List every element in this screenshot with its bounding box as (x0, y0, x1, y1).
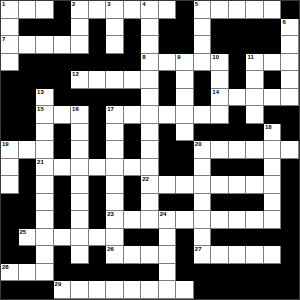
black-cell-r4-c3 (54, 71, 72, 89)
black-cell-r15-c14 (246, 264, 264, 282)
black-cell-r1-c1 (19, 19, 37, 37)
clue-number-2: 2 (72, 1, 75, 8)
white-cell-r6-c12[interactable] (211, 106, 229, 124)
white-cell-r8-c1[interactable] (19, 141, 37, 159)
white-cell-r6-c8[interactable] (141, 106, 159, 124)
black-cell-r6-c16 (281, 106, 299, 124)
black-cell-r4-c9 (159, 71, 177, 89)
black-cell-r11-c5 (89, 194, 107, 212)
black-cell-r16-c12 (211, 281, 229, 299)
white-cell-r12-c4[interactable] (71, 211, 89, 229)
black-cell-r5-c3 (54, 89, 72, 107)
white-cell-r9-c4[interactable] (71, 159, 89, 177)
white-cell-r16-c3[interactable]: 29 (54, 281, 72, 299)
black-cell-r11-c13 (229, 194, 247, 212)
white-cell-r11-c8[interactable] (141, 194, 159, 212)
black-cell-r13-c0 (1, 229, 19, 247)
black-cell-r11-c12 (211, 194, 229, 212)
white-cell-r3-c14[interactable]: 11 (246, 54, 264, 72)
white-cell-r6-c3[interactable] (54, 106, 72, 124)
black-cell-r5-c6 (106, 89, 124, 107)
white-cell-r5-c15[interactable] (264, 89, 282, 107)
black-cell-r11-c9 (159, 194, 177, 212)
white-cell-r7-c8[interactable] (141, 124, 159, 142)
black-cell-r16-c1 (19, 281, 37, 299)
clue-number-12: 12 (72, 71, 79, 78)
white-cell-r0-c13[interactable] (229, 1, 247, 19)
white-cell-r6-c11[interactable] (194, 106, 212, 124)
white-cell-r5-c16[interactable] (281, 89, 299, 107)
white-cell-r16-c9[interactable] (159, 281, 177, 299)
clue-number-22: 22 (142, 176, 149, 183)
white-cell-r10-c0[interactable] (1, 176, 19, 194)
white-cell-r9-c5[interactable] (89, 159, 107, 177)
white-cell-r16-c7[interactable] (124, 281, 142, 299)
white-cell-r8-c14[interactable] (246, 141, 264, 159)
white-cell-r5-c13[interactable] (229, 89, 247, 107)
white-cell-r2-c11[interactable] (194, 36, 212, 54)
clue-number-24: 24 (160, 211, 167, 218)
clue-number-5: 5 (195, 1, 198, 8)
white-cell-r0-c6[interactable]: 3 (106, 1, 124, 19)
white-cell-r0-c2[interactable] (36, 1, 54, 19)
black-cell-r3-c1 (19, 54, 37, 72)
black-cell-r2-c7 (124, 36, 142, 54)
white-cell-r8-c11[interactable]: 20 (194, 141, 212, 159)
white-cell-r4-c4[interactable]: 12 (71, 71, 89, 89)
white-cell-r4-c12[interactable] (211, 71, 229, 89)
white-cell-r8-c16[interactable] (281, 141, 299, 159)
black-cell-r14-c16 (281, 246, 299, 264)
black-cell-r4-c15 (264, 71, 282, 89)
clue-number-15: 15 (37, 106, 44, 113)
white-cell-r2-c4[interactable] (71, 36, 89, 54)
black-cell-r1-c9 (159, 19, 177, 37)
black-cell-r5-c0 (1, 89, 19, 107)
black-cell-r13-c8 (141, 229, 159, 247)
white-cell-r5-c14[interactable] (246, 89, 264, 107)
black-cell-r8-c5 (89, 141, 107, 159)
white-cell-r3-c10[interactable]: 9 (176, 54, 194, 72)
white-cell-r0-c0[interactable]: 1 (1, 1, 19, 19)
white-cell-r2-c2[interactable] (36, 36, 54, 54)
white-cell-r9-c8[interactable] (141, 159, 159, 177)
clue-number-26: 26 (107, 246, 114, 253)
white-cell-r11-c2[interactable] (36, 194, 54, 212)
white-cell-r4-c6[interactable] (106, 71, 124, 89)
black-cell-r8-c9 (159, 141, 177, 159)
white-cell-r0-c7[interactable] (124, 1, 142, 19)
white-cell-r8-c12[interactable] (211, 141, 229, 159)
white-cell-r16-c10[interactable] (176, 281, 194, 299)
white-cell-r1-c8[interactable] (141, 19, 159, 37)
black-cell-r0-c3 (54, 1, 72, 19)
white-cell-r8-c0[interactable]: 19 (1, 141, 19, 159)
white-cell-r13-c11[interactable] (194, 229, 212, 247)
white-cell-r13-c3[interactable] (54, 229, 72, 247)
white-cell-r10-c15[interactable] (264, 176, 282, 194)
black-cell-r15-c4 (71, 264, 89, 282)
white-cell-r6-c14[interactable] (246, 106, 264, 124)
clue-number-14: 14 (212, 89, 219, 96)
white-cell-r3-c11[interactable] (194, 54, 212, 72)
black-cell-r15-c16 (281, 264, 299, 282)
black-cell-r12-c0 (1, 211, 19, 229)
white-cell-r11-c4[interactable] (71, 194, 89, 212)
white-cell-r8-c15[interactable] (264, 141, 282, 159)
black-cell-r8-c3 (54, 141, 72, 159)
black-cell-r9-c1 (19, 159, 37, 177)
black-cell-r6-c15 (264, 106, 282, 124)
white-cell-r0-c11[interactable]: 5 (194, 1, 212, 19)
black-cell-r10-c3 (54, 176, 72, 194)
black-cell-r5-c11 (194, 89, 212, 107)
black-cell-r1-c5 (89, 19, 107, 37)
white-cell-r12-c15[interactable] (264, 211, 282, 229)
white-cell-r4-c8[interactable] (141, 71, 159, 89)
black-cell-r12-c5 (89, 211, 107, 229)
white-cell-r0-c8[interactable]: 4 (141, 1, 159, 19)
white-cell-r1-c16[interactable]: 6 (281, 19, 299, 37)
white-cell-r10-c2[interactable] (36, 176, 54, 194)
white-cell-r4-c16[interactable] (281, 71, 299, 89)
clue-number-20: 20 (195, 141, 202, 148)
black-cell-r15-c6 (106, 264, 124, 282)
white-cell-r16-c5[interactable] (89, 281, 107, 299)
white-cell-r12-c8[interactable] (141, 211, 159, 229)
clue-number-1: 1 (2, 1, 5, 8)
black-cell-r2-c12 (211, 36, 229, 54)
white-cell-r6-c9[interactable] (159, 106, 177, 124)
white-cell-r0-c15[interactable] (264, 1, 282, 19)
black-cell-r11-c0 (1, 194, 19, 212)
black-cell-r16-c14 (246, 281, 264, 299)
black-cell-r9-c12 (211, 159, 229, 177)
black-cell-r5-c7 (124, 89, 142, 107)
black-cell-r8-c7 (124, 141, 142, 159)
black-cell-r13-c16 (281, 229, 299, 247)
white-cell-r10-c4[interactable] (71, 176, 89, 194)
white-cell-r15-c1[interactable] (19, 264, 37, 282)
white-cell-r9-c7[interactable] (124, 159, 142, 177)
white-cell-r2-c0[interactable]: 7 (1, 36, 19, 54)
white-cell-r14-c9[interactable] (159, 246, 177, 264)
black-cell-r1-c10 (176, 19, 194, 37)
black-cell-r1-c14 (246, 19, 264, 37)
white-cell-r5-c8[interactable] (141, 89, 159, 107)
white-cell-r0-c14[interactable] (246, 1, 264, 19)
black-cell-r11-c1 (19, 194, 37, 212)
clue-number-21: 21 (37, 159, 44, 166)
white-cell-r16-c8[interactable] (141, 281, 159, 299)
white-cell-r12-c13[interactable] (229, 211, 247, 229)
black-cell-r15-c13 (229, 264, 247, 282)
white-cell-r13-c6[interactable] (106, 229, 124, 247)
black-cell-r16-c2 (36, 281, 54, 299)
clue-number-19: 19 (2, 141, 9, 148)
black-cell-r15-c7 (124, 264, 142, 282)
white-cell-r5-c2[interactable]: 13 (36, 89, 54, 107)
black-cell-r9-c14 (246, 159, 264, 177)
white-cell-r0-c9[interactable] (159, 1, 177, 19)
black-cell-r14-c0 (1, 246, 19, 264)
black-cell-r16-c13 (229, 281, 247, 299)
white-cell-r15-c9[interactable] (159, 264, 177, 282)
black-cell-r3-c5 (89, 54, 107, 72)
white-cell-r1-c11[interactable] (194, 19, 212, 37)
black-cell-r9-c10 (176, 159, 194, 177)
white-cell-r5-c10[interactable] (176, 89, 194, 107)
white-cell-r14-c6[interactable]: 26 (106, 246, 124, 264)
black-cell-r7-c0 (1, 124, 19, 142)
white-cell-r10-c10[interactable] (176, 176, 194, 194)
black-cell-r11-c16 (281, 194, 299, 212)
black-cell-r9-c16 (281, 159, 299, 177)
white-cell-r12-c2[interactable] (36, 211, 54, 229)
black-cell-r13-c12 (211, 229, 229, 247)
black-cell-r10-c7 (124, 176, 142, 194)
black-cell-r2-c5 (89, 36, 107, 54)
black-cell-r4-c0 (1, 71, 19, 89)
white-cell-r2-c16[interactable] (281, 36, 299, 54)
white-cell-r7-c2[interactable] (36, 124, 54, 142)
black-cell-r11-c3 (54, 194, 72, 212)
black-cell-r15-c12 (211, 264, 229, 282)
white-cell-r10-c13[interactable] (229, 176, 247, 194)
white-cell-r11-c11[interactable] (194, 194, 212, 212)
white-cell-r6-c4[interactable]: 16 (71, 106, 89, 124)
white-cell-r7-c6[interactable] (106, 124, 124, 142)
white-cell-r6-c6[interactable]: 17 (106, 106, 124, 124)
black-cell-r7-c11 (194, 124, 212, 142)
black-cell-r13-c13 (229, 229, 247, 247)
black-cell-r12-c16 (281, 211, 299, 229)
white-cell-r9-c3[interactable] (54, 159, 72, 177)
white-cell-r13-c5[interactable] (89, 229, 107, 247)
white-cell-r14-c2[interactable] (36, 246, 54, 264)
white-cell-r14-c12[interactable] (211, 246, 229, 264)
white-cell-r7-c15[interactable]: 18 (264, 124, 282, 142)
black-cell-r7-c16 (281, 124, 299, 142)
white-cell-r13-c4[interactable] (71, 229, 89, 247)
black-cell-r11-c7 (124, 194, 142, 212)
white-cell-r10-c11[interactable] (194, 176, 212, 194)
white-cell-r10-c14[interactable] (246, 176, 264, 194)
black-cell-r16-c11 (194, 281, 212, 299)
white-cell-r0-c12[interactable] (211, 1, 229, 19)
white-cell-r6-c2[interactable]: 15 (36, 106, 54, 124)
white-cell-r2-c8[interactable] (141, 36, 159, 54)
white-cell-r0-c4[interactable]: 2 (71, 1, 89, 19)
clue-number-8: 8 (142, 54, 145, 61)
white-cell-r12-c12[interactable] (211, 211, 229, 229)
black-cell-r3-c4 (71, 54, 89, 72)
white-cell-r0-c5[interactable] (89, 1, 107, 19)
white-cell-r9-c6[interactable] (106, 159, 124, 177)
clue-number-27: 27 (195, 246, 202, 253)
white-cell-r8-c2[interactable] (36, 141, 54, 159)
white-cell-r9-c0[interactable] (1, 159, 19, 177)
white-cell-r13-c1[interactable]: 25 (19, 229, 37, 247)
black-cell-r7-c13 (229, 124, 247, 142)
white-cell-r16-c4[interactable] (71, 281, 89, 299)
black-cell-r11-c10 (176, 194, 194, 212)
black-cell-r10-c16 (281, 176, 299, 194)
white-cell-r4-c14[interactable] (246, 71, 264, 89)
white-cell-r3-c15[interactable] (264, 54, 282, 72)
clue-number-6: 6 (282, 19, 285, 26)
white-cell-r14-c8[interactable] (141, 246, 159, 264)
white-cell-r14-c13[interactable] (229, 246, 247, 264)
black-cell-r2-c14 (246, 36, 264, 54)
white-cell-r5-c12[interactable]: 14 (211, 89, 229, 107)
black-cell-r10-c1 (19, 176, 37, 194)
clue-number-11: 11 (247, 54, 253, 61)
black-cell-r15-c15 (264, 264, 282, 282)
black-cell-r7-c3 (54, 124, 72, 142)
white-cell-r7-c4[interactable] (71, 124, 89, 142)
clue-number-25: 25 (20, 229, 27, 236)
white-cell-r13-c2[interactable] (36, 229, 54, 247)
white-cell-r13-c9[interactable] (159, 229, 177, 247)
black-cell-r4-c11 (194, 71, 212, 89)
black-cell-r1-c3 (54, 19, 72, 37)
black-cell-r13-c14 (246, 229, 264, 247)
white-cell-r12-c14[interactable] (246, 211, 264, 229)
black-cell-r13-c10 (176, 229, 194, 247)
white-cell-r8-c13[interactable] (229, 141, 247, 159)
white-cell-r3-c12[interactable]: 10 (211, 54, 229, 72)
white-cell-r4-c7[interactable] (124, 71, 142, 89)
white-cell-r2-c1[interactable] (19, 36, 37, 54)
clue-number-3: 3 (107, 1, 110, 8)
white-cell-r15-c0[interactable]: 28 (1, 264, 19, 282)
black-cell-r16-c16 (281, 281, 299, 299)
white-cell-r8-c6[interactable] (106, 141, 124, 159)
black-cell-r0-c16 (281, 1, 299, 19)
black-cell-r14-c1 (19, 246, 37, 264)
white-cell-r6-c7[interactable] (124, 106, 142, 124)
black-cell-r15-c5 (89, 264, 107, 282)
white-cell-r14-c15[interactable] (264, 246, 282, 264)
white-cell-r14-c11[interactable]: 27 (194, 246, 212, 264)
clue-number-18: 18 (265, 124, 272, 131)
clue-number-29: 29 (55, 281, 62, 288)
black-cell-r13-c7 (124, 229, 142, 247)
black-cell-r14-c5 (89, 246, 107, 264)
black-cell-r2-c10 (176, 36, 194, 54)
black-cell-r3-c2 (36, 54, 54, 72)
white-cell-r2-c3[interactable] (54, 36, 72, 54)
white-cell-r1-c0[interactable] (1, 19, 19, 37)
white-cell-r14-c7[interactable] (124, 246, 142, 264)
crossword-grid: 1234567891011121314151617181920212223242… (0, 0, 300, 300)
white-cell-r14-c14[interactable] (246, 246, 264, 264)
black-cell-r7-c14 (246, 124, 264, 142)
white-cell-r14-c4[interactable] (71, 246, 89, 264)
black-cell-r15-c11 (194, 264, 212, 282)
white-cell-r4-c10[interactable] (176, 71, 194, 89)
white-cell-r10-c8[interactable]: 22 (141, 176, 159, 194)
white-cell-r12-c7[interactable] (124, 211, 142, 229)
black-cell-r1-c15 (264, 19, 282, 37)
black-cell-r7-c12 (211, 124, 229, 142)
white-cell-r12-c10[interactable] (176, 211, 194, 229)
white-cell-r2-c6[interactable] (106, 36, 124, 54)
black-cell-r5-c1 (19, 89, 37, 107)
white-cell-r6-c10[interactable] (176, 106, 194, 124)
black-cell-r6-c0 (1, 106, 19, 124)
white-cell-r8-c4[interactable] (71, 141, 89, 159)
white-cell-r0-c1[interactable] (19, 1, 37, 19)
white-cell-r15-c2[interactable] (36, 264, 54, 282)
clue-number-9: 9 (177, 54, 180, 61)
white-cell-r12-c9[interactable]: 24 (159, 211, 177, 229)
black-cell-r5-c4 (71, 89, 89, 107)
white-cell-r10-c12[interactable] (211, 176, 229, 194)
white-cell-r9-c15[interactable] (264, 159, 282, 177)
black-cell-r5-c5 (89, 89, 107, 107)
black-cell-r3-c3 (54, 54, 72, 72)
black-cell-r13-c15 (264, 229, 282, 247)
black-cell-r1-c12 (211, 19, 229, 37)
white-cell-r3-c8[interactable]: 8 (141, 54, 159, 72)
black-cell-r6-c5 (89, 106, 107, 124)
black-cell-r4-c1 (19, 71, 37, 89)
white-cell-r11-c15[interactable] (264, 194, 282, 212)
clue-number-28: 28 (2, 264, 9, 271)
black-cell-r16-c15 (264, 281, 282, 299)
white-cell-r7-c10[interactable] (176, 124, 194, 142)
black-cell-r15-c8 (141, 264, 159, 282)
white-cell-r4-c5[interactable] (89, 71, 107, 89)
black-cell-r15-c3 (54, 264, 72, 282)
black-cell-r9-c9 (159, 159, 177, 177)
black-cell-r0-c10 (176, 1, 194, 19)
white-cell-r8-c8[interactable] (141, 141, 159, 159)
black-cell-r12-c3 (54, 211, 72, 229)
black-cell-r15-c10 (176, 264, 194, 282)
clue-number-23: 23 (107, 211, 114, 218)
black-cell-r11-c14 (246, 194, 264, 212)
black-cell-r14-c10 (176, 246, 194, 264)
black-cell-r7-c5 (89, 124, 107, 142)
white-cell-r9-c11[interactable] (194, 159, 212, 177)
white-cell-r1-c4[interactable] (71, 19, 89, 37)
white-cell-r10-c9[interactable] (159, 176, 177, 194)
black-cell-r5-c9 (159, 89, 177, 107)
black-cell-r9-c13 (229, 159, 247, 177)
white-cell-r10-c6[interactable] (106, 176, 124, 194)
white-cell-r16-c6[interactable] (106, 281, 124, 299)
white-cell-r9-c2[interactable]: 21 (36, 159, 54, 177)
black-cell-r7-c1 (19, 124, 37, 142)
black-cell-r3-c13 (229, 54, 247, 72)
white-cell-r3-c16[interactable] (281, 54, 299, 72)
black-cell-r10-c5 (89, 176, 107, 194)
white-cell-r3-c0[interactable] (1, 54, 19, 72)
black-cell-r4-c2 (36, 71, 54, 89)
white-cell-r12-c11[interactable] (194, 211, 212, 229)
white-cell-r12-c6[interactable]: 23 (106, 211, 124, 229)
white-cell-r11-c6[interactable] (106, 194, 124, 212)
black-cell-r1-c13 (229, 19, 247, 37)
black-cell-r8-c10 (176, 141, 194, 159)
black-cell-r6-c13 (229, 106, 247, 124)
black-cell-r2-c13 (229, 36, 247, 54)
white-cell-r3-c9[interactable] (159, 54, 177, 72)
white-cell-r1-c6[interactable] (106, 19, 124, 37)
